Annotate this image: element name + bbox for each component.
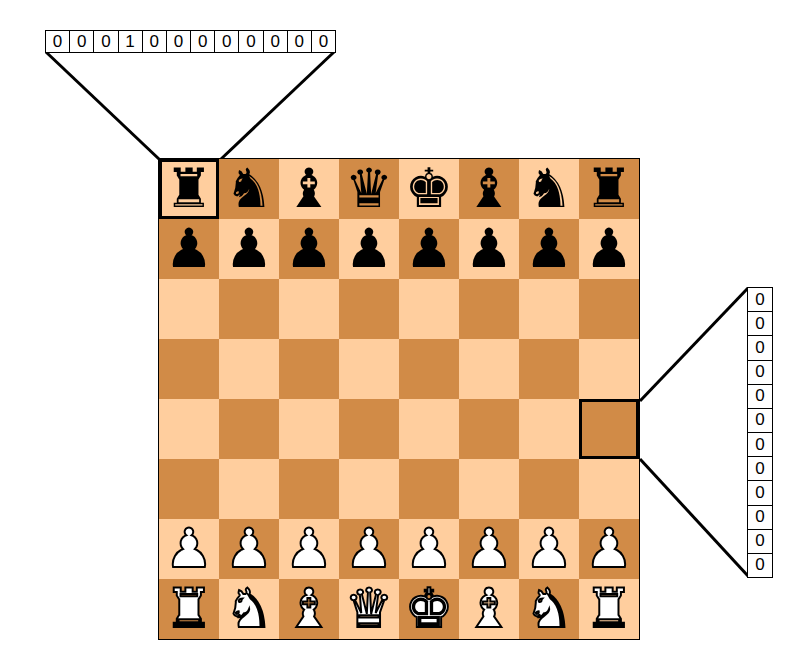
square-a2[interactable]: ♟ [159, 519, 219, 579]
square-d4[interactable] [339, 399, 399, 459]
square-g2[interactable]: ♟ [519, 519, 579, 579]
square-e1[interactable]: ♚ [399, 579, 459, 639]
square-c8[interactable]: ♝ [279, 159, 339, 219]
callout-line-h4-top [640, 288, 748, 401]
vector-cell: 0 [93, 31, 117, 52]
square-e2[interactable]: ♟ [399, 519, 459, 579]
square-e3[interactable] [399, 459, 459, 519]
square-b3[interactable] [219, 459, 279, 519]
piece-black-pawn: ♟ [405, 219, 453, 279]
piece-black-pawn: ♟ [165, 219, 213, 279]
piece-white-pawn: ♟ [405, 519, 453, 579]
vector-cell: 0 [238, 31, 262, 52]
one-hot-vector-a8: 000100000000 [45, 30, 336, 53]
vector-cell: 0 [748, 505, 772, 529]
square-f1[interactable]: ♝ [459, 579, 519, 639]
piece-white-pawn: ♟ [345, 519, 393, 579]
square-d6[interactable] [339, 279, 399, 339]
vector-cell: 0 [287, 31, 311, 52]
callout-line-a8-left [46, 52, 160, 160]
piece-white-bishop: ♝ [465, 579, 513, 639]
square-a6[interactable] [159, 279, 219, 339]
vector-cell: 0 [214, 31, 238, 52]
vector-cell: 1 [118, 31, 142, 52]
square-c1[interactable]: ♝ [279, 579, 339, 639]
square-f2[interactable]: ♟ [459, 519, 519, 579]
encoding-figure: 000100000000 ♜♞♝♛♚♝♞♜♟♟♟♟♟♟♟♟♟♟♟♟♟♟♟♟♜♞♝… [0, 0, 800, 648]
piece-white-pawn: ♟ [285, 519, 333, 579]
piece-black-pawn: ♟ [465, 219, 513, 279]
vector-cell: 0 [748, 335, 772, 359]
piece-white-pawn: ♟ [165, 519, 213, 579]
piece-black-pawn: ♟ [585, 219, 633, 279]
square-f7[interactable]: ♟ [459, 219, 519, 279]
square-d7[interactable]: ♟ [339, 219, 399, 279]
vector-cell: 0 [190, 31, 214, 52]
vector-cell: 0 [748, 288, 772, 311]
square-g4[interactable] [519, 399, 579, 459]
piece-black-pawn: ♟ [285, 219, 333, 279]
square-e5[interactable] [399, 339, 459, 399]
square-g8[interactable]: ♞ [519, 159, 579, 219]
square-e7[interactable]: ♟ [399, 219, 459, 279]
piece-white-knight: ♞ [525, 579, 573, 639]
square-c5[interactable] [279, 339, 339, 399]
piece-black-knight: ♞ [525, 159, 573, 219]
piece-black-pawn: ♟ [345, 219, 393, 279]
square-e6[interactable] [399, 279, 459, 339]
square-a7[interactable]: ♟ [159, 219, 219, 279]
vector-cell: 0 [748, 360, 772, 384]
square-h5[interactable] [579, 339, 639, 399]
square-h3[interactable] [579, 459, 639, 519]
square-d8[interactable]: ♛ [339, 159, 399, 219]
square-g5[interactable] [519, 339, 579, 399]
square-f6[interactable] [459, 279, 519, 339]
piece-white-pawn: ♟ [465, 519, 513, 579]
square-b6[interactable] [219, 279, 279, 339]
square-g7[interactable]: ♟ [519, 219, 579, 279]
square-h8[interactable]: ♜ [579, 159, 639, 219]
vector-cell: 0 [142, 31, 166, 52]
square-b8[interactable]: ♞ [219, 159, 279, 219]
square-f8[interactable]: ♝ [459, 159, 519, 219]
piece-white-bishop: ♝ [285, 579, 333, 639]
square-h6[interactable] [579, 279, 639, 339]
square-g6[interactable] [519, 279, 579, 339]
vector-cell: 0 [46, 31, 69, 52]
square-a1[interactable]: ♜ [159, 579, 219, 639]
piece-white-knight: ♞ [225, 579, 273, 639]
square-c3[interactable] [279, 459, 339, 519]
vector-cell: 0 [748, 432, 772, 456]
square-f3[interactable] [459, 459, 519, 519]
square-c4[interactable] [279, 399, 339, 459]
vector-cell: 0 [748, 456, 772, 480]
square-f5[interactable] [459, 339, 519, 399]
square-h1[interactable]: ♜ [579, 579, 639, 639]
square-c2[interactable]: ♟ [279, 519, 339, 579]
piece-black-rook: ♜ [585, 159, 633, 219]
vector-cell: 0 [166, 31, 190, 52]
piece-white-pawn: ♟ [585, 519, 633, 579]
square-a8[interactable]: ♜ [159, 159, 219, 219]
piece-white-rook: ♜ [165, 579, 213, 639]
square-g1[interactable]: ♞ [519, 579, 579, 639]
vector-cell: 0 [748, 553, 772, 577]
piece-black-bishop: ♝ [285, 159, 333, 219]
square-d1[interactable]: ♛ [339, 579, 399, 639]
square-h4[interactable] [579, 399, 639, 459]
piece-black-king: ♚ [405, 159, 453, 219]
piece-black-knight: ♞ [225, 159, 273, 219]
vector-cell: 0 [748, 384, 772, 408]
piece-black-queen: ♛ [345, 159, 393, 219]
square-b5[interactable] [219, 339, 279, 399]
square-e8[interactable]: ♚ [399, 159, 459, 219]
piece-white-pawn: ♟ [525, 519, 573, 579]
square-c6[interactable] [279, 279, 339, 339]
piece-black-bishop: ♝ [465, 159, 513, 219]
square-a5[interactable] [159, 339, 219, 399]
square-a4[interactable] [159, 399, 219, 459]
square-b4[interactable] [219, 399, 279, 459]
vector-cell: 0 [311, 31, 335, 52]
square-a3[interactable] [159, 459, 219, 519]
square-b1[interactable]: ♞ [219, 579, 279, 639]
square-d5[interactable] [339, 339, 399, 399]
vector-cell: 0 [748, 480, 772, 504]
piece-black-rook: ♜ [165, 159, 213, 219]
vector-cell: 0 [69, 31, 93, 52]
callout-line-h4-bottom [640, 459, 748, 576]
piece-white-king: ♚ [405, 579, 453, 639]
piece-white-pawn: ♟ [225, 519, 273, 579]
square-h7[interactable]: ♟ [579, 219, 639, 279]
square-c7[interactable]: ♟ [279, 219, 339, 279]
square-f4[interactable] [459, 399, 519, 459]
one-hot-vector-h4: 000000000000 [747, 287, 773, 578]
vector-cell: 0 [748, 408, 772, 432]
piece-white-rook: ♜ [585, 579, 633, 639]
callout-line-a8-right [220, 52, 334, 160]
chess-board[interactable]: ♜♞♝♛♚♝♞♜♟♟♟♟♟♟♟♟♟♟♟♟♟♟♟♟♜♞♝♛♚♝♞♜ [158, 158, 640, 640]
piece-black-pawn: ♟ [225, 219, 273, 279]
vector-cell: 0 [263, 31, 287, 52]
piece-black-pawn: ♟ [525, 219, 573, 279]
vector-cell: 0 [748, 529, 772, 553]
square-h2[interactable]: ♟ [579, 519, 639, 579]
vector-cell: 0 [748, 311, 772, 335]
square-g3[interactable] [519, 459, 579, 519]
square-d3[interactable] [339, 459, 399, 519]
square-e4[interactable] [399, 399, 459, 459]
square-d2[interactable]: ♟ [339, 519, 399, 579]
piece-white-queen: ♛ [345, 579, 393, 639]
square-b7[interactable]: ♟ [219, 219, 279, 279]
square-b2[interactable]: ♟ [219, 519, 279, 579]
